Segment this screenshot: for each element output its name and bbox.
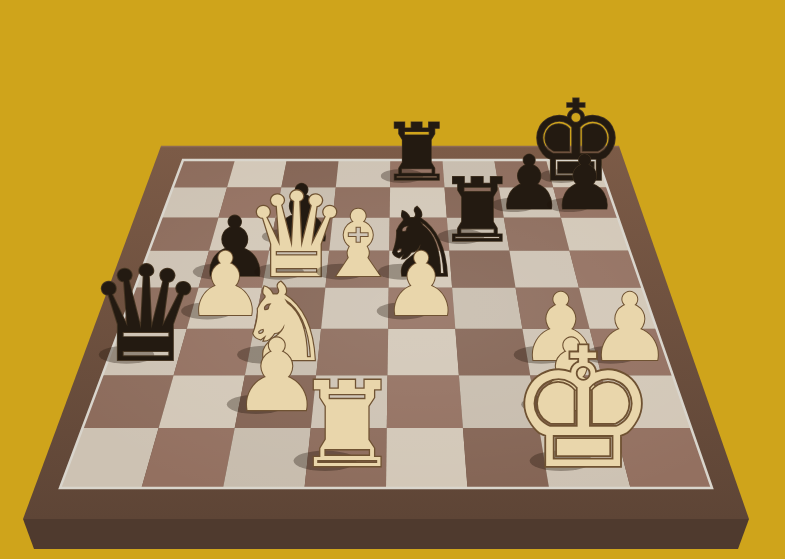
chessboard-3d: ♜♚♟♟♟♜♟♛♝♞♟♟♛♞♟♟♟♟♜♚ [0,0,785,559]
board-frame-front-face [23,519,749,549]
piece-white-pawn-e4[interactable]: ♟ [382,233,461,336]
piece-black-pawn-h7[interactable]: ♟ [551,139,618,227]
piece-black-queen-a3[interactable]: ♛ [87,238,205,391]
piece-white-king-g1[interactable]: ♚ [509,313,657,505]
piece-white-rook-d1[interactable]: ♜ [294,356,400,494]
chessboard-scene: ♜♚♟♟♟♜♟♛♝♞♟♟♛♞♟♟♟♟♜♚ [0,0,785,559]
